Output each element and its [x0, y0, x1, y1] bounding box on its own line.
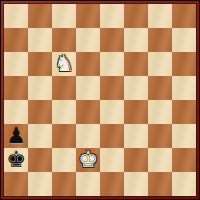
square-f5[interactable] — [124, 76, 148, 100]
square-c6[interactable]: ♞ — [52, 52, 76, 76]
square-e7[interactable] — [100, 28, 124, 52]
square-a7[interactable] — [4, 28, 28, 52]
square-g6[interactable] — [148, 52, 172, 76]
square-b1[interactable] — [28, 172, 52, 196]
square-d4[interactable] — [76, 100, 100, 124]
square-d2[interactable]: ♚ — [76, 148, 100, 172]
square-f4[interactable] — [124, 100, 148, 124]
square-c3[interactable] — [52, 124, 76, 148]
square-c5[interactable] — [52, 76, 76, 100]
square-c8[interactable] — [52, 4, 76, 28]
square-h6[interactable] — [172, 52, 196, 76]
square-a5[interactable] — [4, 76, 28, 100]
square-b4[interactable] — [28, 100, 52, 124]
square-b7[interactable] — [28, 28, 52, 52]
square-c2[interactable] — [52, 148, 76, 172]
square-e1[interactable] — [100, 172, 124, 196]
square-g8[interactable] — [148, 4, 172, 28]
square-f3[interactable] — [124, 124, 148, 148]
square-e6[interactable] — [100, 52, 124, 76]
square-h7[interactable] — [172, 28, 196, 52]
square-g7[interactable] — [148, 28, 172, 52]
black-pawn[interactable]: ♟ — [6, 124, 26, 148]
square-h3[interactable] — [172, 124, 196, 148]
square-c1[interactable] — [52, 172, 76, 196]
square-d8[interactable] — [76, 4, 100, 28]
square-g3[interactable] — [148, 124, 172, 148]
square-g5[interactable] — [148, 76, 172, 100]
square-f8[interactable] — [124, 4, 148, 28]
square-f7[interactable] — [124, 28, 148, 52]
square-d6[interactable] — [76, 52, 100, 76]
square-f1[interactable] — [124, 172, 148, 196]
square-a2[interactable]: ♚ — [4, 148, 28, 172]
white-king[interactable]: ♚ — [78, 148, 98, 172]
black-king[interactable]: ♚ — [6, 148, 26, 172]
square-c7[interactable] — [52, 28, 76, 52]
square-a4[interactable] — [4, 100, 28, 124]
square-b3[interactable] — [28, 124, 52, 148]
square-e5[interactable] — [100, 76, 124, 100]
white-knight[interactable]: ♞ — [54, 52, 74, 76]
square-d7[interactable] — [76, 28, 100, 52]
square-g4[interactable] — [148, 100, 172, 124]
square-h4[interactable] — [172, 100, 196, 124]
square-b6[interactable] — [28, 52, 52, 76]
square-h2[interactable] — [172, 148, 196, 172]
chess-board: ♞♟♚♚ — [4, 4, 196, 196]
square-g1[interactable] — [148, 172, 172, 196]
square-e2[interactable] — [100, 148, 124, 172]
square-e8[interactable] — [100, 4, 124, 28]
square-a3[interactable]: ♟ — [4, 124, 28, 148]
square-b8[interactable] — [28, 4, 52, 28]
square-d3[interactable] — [76, 124, 100, 148]
square-h5[interactable] — [172, 76, 196, 100]
square-d5[interactable] — [76, 76, 100, 100]
square-f2[interactable] — [124, 148, 148, 172]
square-e4[interactable] — [100, 100, 124, 124]
square-g2[interactable] — [148, 148, 172, 172]
square-b5[interactable] — [28, 76, 52, 100]
square-a6[interactable] — [4, 52, 28, 76]
square-e3[interactable] — [100, 124, 124, 148]
square-a8[interactable] — [4, 4, 28, 28]
chess-board-frame: ♞♟♚♚ — [0, 0, 200, 200]
square-d1[interactable] — [76, 172, 100, 196]
square-b2[interactable] — [28, 148, 52, 172]
square-a1[interactable] — [4, 172, 28, 196]
square-c4[interactable] — [52, 100, 76, 124]
square-f6[interactable] — [124, 52, 148, 76]
square-h1[interactable] — [172, 172, 196, 196]
square-h8[interactable] — [172, 4, 196, 28]
